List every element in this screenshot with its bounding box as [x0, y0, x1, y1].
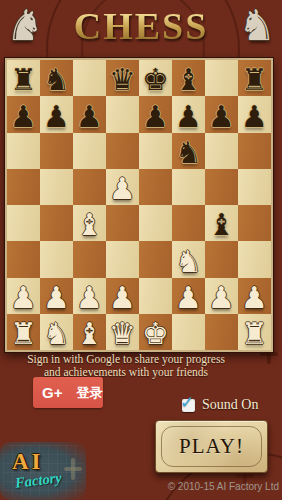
square-e8[interactable]: ♚	[139, 60, 172, 96]
app-screen: ♞ CHESS ♞ ♜♞♛♚♝♜♟♟♟♟♟♟♟♞♟♝♝♞♟♟♟♟♟♟♟♜♞♝♛♚…	[0, 0, 282, 500]
square-e4[interactable]	[139, 205, 172, 241]
piece-black-pawn[interactable]: ♟	[142, 99, 169, 134]
checkmark-icon: ✓	[180, 392, 194, 412]
square-h4[interactable]	[238, 205, 271, 241]
piece-white-pawn[interactable]: ♟	[76, 280, 103, 315]
square-d5[interactable]: ♟	[106, 169, 139, 205]
square-b6[interactable]	[40, 133, 73, 169]
square-e5[interactable]	[139, 169, 172, 205]
square-e2[interactable]	[139, 278, 172, 314]
square-b3[interactable]	[40, 241, 73, 277]
gplus-icon: G+	[42, 384, 62, 401]
piece-black-knight[interactable]: ♞	[43, 62, 70, 97]
square-f5[interactable]	[172, 169, 205, 205]
square-g5[interactable]	[205, 169, 238, 205]
piece-black-pawn[interactable]: ♟	[10, 99, 37, 134]
square-f6[interactable]: ♞	[172, 133, 205, 169]
signin-line-1: Sign in with Google to share your progre…	[0, 353, 252, 366]
sound-label: Sound On	[202, 397, 258, 413]
square-f1[interactable]	[172, 314, 205, 350]
square-g4[interactable]: ♝	[205, 205, 238, 241]
play-button-label: PLAY!	[179, 434, 244, 459]
copyright-text: © 2010-15 AI Factory Ltd	[168, 481, 279, 492]
piece-white-rook[interactable]: ♜	[241, 316, 268, 351]
piece-black-knight[interactable]: ♞	[175, 135, 202, 170]
square-b7[interactable]: ♟	[40, 96, 73, 132]
piece-black-king[interactable]: ♚	[142, 62, 169, 97]
chess-board[interactable]: ♜♞♛♚♝♜♟♟♟♟♟♟♟♞♟♝♝♞♟♟♟♟♟♟♟♜♞♝♛♚♜	[5, 58, 273, 352]
square-e3[interactable]	[139, 241, 172, 277]
piece-black-bishop[interactable]: ♝	[208, 207, 235, 242]
square-c6[interactable]	[73, 133, 106, 169]
piece-white-pawn[interactable]: ♟	[175, 280, 202, 315]
square-g8[interactable]	[205, 60, 238, 96]
square-g6[interactable]	[205, 133, 238, 169]
square-h6[interactable]	[238, 133, 271, 169]
sound-setting: ✓ Sound On	[182, 396, 258, 414]
piece-black-queen[interactable]: ♛	[109, 62, 136, 97]
square-d8[interactable]: ♛	[106, 60, 139, 96]
square-f4[interactable]	[172, 205, 205, 241]
knight-right-icon: ♞	[238, 2, 276, 50]
square-h8[interactable]: ♜	[238, 60, 271, 96]
square-c7[interactable]: ♟	[73, 96, 106, 132]
piece-black-rook[interactable]: ♜	[10, 62, 37, 97]
square-a1[interactable]: ♜	[7, 314, 40, 350]
square-g3[interactable]	[205, 241, 238, 277]
board-grid[interactable]: ♜♞♛♚♝♜♟♟♟♟♟♟♟♞♟♝♝♞♟♟♟♟♟♟♟♜♞♝♛♚♜	[7, 60, 271, 350]
square-d1[interactable]: ♛	[106, 314, 139, 350]
play-button[interactable]: PLAY!	[155, 420, 268, 473]
google-signin-message: Sign in with Google to share your progre…	[0, 353, 252, 378]
square-e6[interactable]	[139, 133, 172, 169]
square-c8[interactable]	[73, 60, 106, 96]
header: ♞ CHESS ♞	[0, 0, 282, 56]
square-f7[interactable]: ♟	[172, 96, 205, 132]
square-a6[interactable]	[7, 133, 40, 169]
square-g2[interactable]: ♟	[205, 278, 238, 314]
square-f8[interactable]: ♝	[172, 60, 205, 96]
piece-black-bishop[interactable]: ♝	[175, 62, 202, 97]
piece-white-pawn[interactable]: ♟	[43, 280, 70, 315]
piece-white-queen[interactable]: ♛	[109, 316, 136, 351]
piece-black-pawn[interactable]: ♟	[175, 99, 202, 134]
square-a2[interactable]: ♟	[7, 278, 40, 314]
square-g7[interactable]: ♟	[205, 96, 238, 132]
piece-white-knight[interactable]: ♞	[43, 316, 70, 351]
square-e1[interactable]: ♚	[139, 314, 172, 350]
square-h7[interactable]: ♟	[238, 96, 271, 132]
piece-black-pawn[interactable]: ♟	[241, 99, 268, 134]
square-h3[interactable]	[238, 241, 271, 277]
piece-white-pawn[interactable]: ♟	[109, 171, 136, 206]
piece-white-pawn[interactable]: ♟	[109, 280, 136, 315]
piece-white-bishop[interactable]: ♝	[76, 207, 103, 242]
google-signin-button[interactable]: G+ 登录	[33, 377, 103, 408]
square-d7[interactable]	[106, 96, 139, 132]
piece-white-rook[interactable]: ♜	[10, 316, 37, 351]
square-f3[interactable]: ♞	[172, 241, 205, 277]
square-d2[interactable]: ♟	[106, 278, 139, 314]
square-c2[interactable]: ♟	[73, 278, 106, 314]
square-h2[interactable]: ♟	[238, 278, 271, 314]
square-b4[interactable]	[40, 205, 73, 241]
square-d6[interactable]	[106, 133, 139, 169]
square-d3[interactable]	[106, 241, 139, 277]
square-b5[interactable]	[40, 169, 73, 205]
piece-white-pawn[interactable]: ♟	[208, 280, 235, 315]
square-b1[interactable]: ♞	[40, 314, 73, 350]
piece-black-pawn[interactable]: ♟	[208, 99, 235, 134]
piece-black-pawn[interactable]: ♟	[76, 99, 103, 134]
piece-white-pawn[interactable]: ♟	[241, 280, 268, 315]
square-c3[interactable]	[73, 241, 106, 277]
piece-black-pawn[interactable]: ♟	[43, 99, 70, 134]
compass-icon	[64, 458, 82, 480]
piece-white-pawn[interactable]: ♟	[10, 280, 37, 315]
square-a3[interactable]	[7, 241, 40, 277]
piece-white-king[interactable]: ♚	[142, 316, 169, 351]
square-a5[interactable]	[7, 169, 40, 205]
square-f2[interactable]: ♟	[172, 278, 205, 314]
square-b8[interactable]: ♞	[40, 60, 73, 96]
square-a8[interactable]: ♜	[7, 60, 40, 96]
square-c5[interactable]	[73, 169, 106, 205]
piece-black-rook[interactable]: ♜	[241, 62, 268, 97]
square-g1[interactable]	[205, 314, 238, 350]
square-e7[interactable]: ♟	[139, 96, 172, 132]
square-c1[interactable]: ♝	[73, 314, 106, 350]
sound-checkbox[interactable]: ✓	[182, 399, 195, 412]
square-b2[interactable]: ♟	[40, 278, 73, 314]
square-d4[interactable]	[106, 205, 139, 241]
square-a7[interactable]: ♟	[7, 96, 40, 132]
piece-white-knight[interactable]: ♞	[175, 244, 202, 279]
square-h5[interactable]	[238, 169, 271, 205]
square-a4[interactable]	[7, 205, 40, 241]
square-c4[interactable]: ♝	[73, 205, 106, 241]
gplus-signin-label: 登录	[76, 384, 102, 402]
square-h1[interactable]: ♜	[238, 314, 271, 350]
piece-white-bishop[interactable]: ♝	[76, 316, 103, 351]
